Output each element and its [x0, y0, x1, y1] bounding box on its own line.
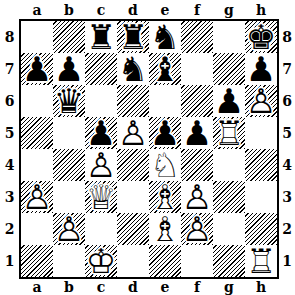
square-b8[interactable]	[53, 21, 85, 53]
square-d4[interactable]	[117, 149, 149, 181]
square-e7[interactable]: ♝	[149, 53, 181, 85]
piece-outline-layer: ♙	[53, 213, 85, 245]
piece-glyph-layer: ♚	[245, 21, 277, 53]
piece-glyph-layer: ♝	[149, 53, 181, 85]
file-bottom-label-e: e	[149, 279, 181, 295]
piece-white-bishop[interactable]: ♝♗	[149, 181, 181, 213]
piece-black-rook[interactable]: ♜	[117, 21, 149, 53]
rank-left-label-3: 3	[0, 181, 19, 213]
piece-white-pawn[interactable]: ♟♙	[181, 181, 213, 213]
square-h2[interactable]	[245, 213, 277, 245]
square-d6[interactable]	[117, 85, 149, 117]
file-labels-top: abcdefgh	[19, 0, 279, 19]
chess-board: ♜♜♞♚♟♟♞♝♟♛♟♟♙♟♟♙♟♟♜♖♟♙♞♘♟♙♛♕♝♗♟♙♟♙♝♗♟♙♚♔…	[19, 19, 279, 279]
piece-outline-layer: ♙	[21, 181, 53, 213]
square-f5[interactable]: ♟	[181, 117, 213, 149]
square-e2[interactable]: ♝♗	[149, 213, 181, 245]
rank-left-label-8: 8	[0, 21, 19, 53]
piece-glyph-layer: ♟	[149, 117, 181, 149]
chess-diagram: abcdefgh 87654321 ♜♜♞♚♟♟♞♝♟♛♟♟♙♟♟♙♟♟♜♖♟♙…	[0, 0, 295, 295]
piece-outline-layer: ♕	[85, 181, 117, 213]
piece-glyph-layer: ♟	[85, 117, 117, 149]
rank-right-label-1: 1	[279, 245, 295, 277]
square-a4[interactable]	[21, 149, 53, 181]
piece-fill-layer: ♟	[181, 181, 213, 213]
piece-black-knight[interactable]: ♞	[117, 53, 149, 85]
rank-right-label-7: 7	[279, 53, 295, 85]
rank-left-label-6: 6	[0, 85, 19, 117]
square-b4[interactable]	[53, 149, 85, 181]
square-g1[interactable]	[213, 245, 245, 277]
piece-white-pawn[interactable]: ♟♙	[181, 213, 213, 245]
piece-fill-layer: ♟	[181, 213, 213, 245]
piece-outline-layer: ♙	[85, 149, 117, 181]
square-e8[interactable]: ♞	[149, 21, 181, 53]
rank-labels-right: 87654321	[279, 19, 295, 279]
piece-white-pawn[interactable]: ♟♙	[85, 149, 117, 181]
square-h5[interactable]	[245, 117, 277, 149]
square-e4[interactable]: ♞♘	[149, 149, 181, 181]
piece-outline-layer: ♙	[117, 117, 149, 149]
square-f1[interactable]	[181, 245, 213, 277]
file-bottom-label-f: f	[181, 279, 213, 295]
square-g4[interactable]	[213, 149, 245, 181]
square-h4[interactable]	[245, 149, 277, 181]
square-c2[interactable]	[85, 213, 117, 245]
piece-black-knight[interactable]: ♞	[149, 21, 181, 53]
square-g5[interactable]: ♜♖	[213, 117, 245, 149]
piece-black-pawn[interactable]: ♟	[213, 85, 245, 117]
square-h3[interactable]	[245, 181, 277, 213]
square-h8[interactable]: ♚	[245, 21, 277, 53]
piece-black-pawn[interactable]: ♟	[53, 53, 85, 85]
piece-glyph-layer: ♜	[85, 21, 117, 53]
piece-glyph-layer: ♟	[181, 117, 213, 149]
piece-fill-layer: ♜	[245, 245, 277, 277]
rank-right-label-4: 4	[279, 149, 295, 181]
square-g2[interactable]	[213, 213, 245, 245]
square-f3[interactable]: ♟♙	[181, 181, 213, 213]
rank-right-label-6: 6	[279, 85, 295, 117]
piece-outline-layer: ♔	[85, 245, 117, 277]
rank-left-label-5: 5	[0, 117, 19, 149]
piece-black-pawn[interactable]: ♟	[21, 53, 53, 85]
rank-left-label-4: 4	[0, 149, 19, 181]
square-a8[interactable]	[21, 21, 53, 53]
piece-fill-layer: ♟	[117, 117, 149, 149]
piece-fill-layer: ♟	[245, 85, 277, 117]
corner-top-left	[0, 0, 19, 19]
square-b7[interactable]: ♟	[53, 53, 85, 85]
piece-glyph-layer: ♟	[245, 53, 277, 85]
square-g6[interactable]: ♟	[213, 85, 245, 117]
piece-outline-layer: ♙	[181, 181, 213, 213]
square-g8[interactable]	[213, 21, 245, 53]
square-f7[interactable]	[181, 53, 213, 85]
file-top-label-g: g	[213, 0, 245, 19]
piece-black-pawn[interactable]: ♟	[181, 117, 213, 149]
square-c4[interactable]: ♟♙	[85, 149, 117, 181]
square-d8[interactable]: ♜	[117, 21, 149, 53]
file-bottom-label-a: a	[21, 279, 53, 295]
file-top-label-h: h	[245, 0, 277, 19]
piece-outline-layer: ♗	[149, 181, 181, 213]
square-g7[interactable]	[213, 53, 245, 85]
file-bottom-label-g: g	[213, 279, 245, 295]
square-a6[interactable]	[21, 85, 53, 117]
rank-left-label-1: 1	[0, 245, 19, 277]
square-e1[interactable]	[149, 245, 181, 277]
piece-fill-layer: ♛	[85, 181, 117, 213]
file-top-label-a: a	[21, 0, 53, 19]
square-b3[interactable]	[53, 181, 85, 213]
square-e5[interactable]: ♟	[149, 117, 181, 149]
piece-fill-layer: ♞	[149, 149, 181, 181]
square-d5[interactable]: ♟♙	[117, 117, 149, 149]
square-f8[interactable]	[181, 21, 213, 53]
square-h1[interactable]: ♜♖	[245, 245, 277, 277]
file-labels-bottom: abcdefgh	[19, 279, 279, 295]
file-bottom-label-h: h	[245, 279, 277, 295]
rank-labels-left: 87654321	[0, 19, 19, 279]
square-b5[interactable]	[53, 117, 85, 149]
square-a1[interactable]	[21, 245, 53, 277]
piece-fill-layer: ♟	[53, 213, 85, 245]
square-d3[interactable]	[117, 181, 149, 213]
piece-glyph-layer: ♟	[213, 85, 245, 117]
square-f2[interactable]: ♟♙	[181, 213, 213, 245]
piece-fill-layer: ♜	[213, 117, 245, 149]
square-g3[interactable]	[213, 181, 245, 213]
square-e6[interactable]	[149, 85, 181, 117]
corner-bottom-left	[0, 279, 19, 295]
piece-white-pawn[interactable]: ♟♙	[21, 181, 53, 213]
piece-outline-layer: ♘	[149, 149, 181, 181]
piece-white-rook[interactable]: ♜♖	[245, 245, 277, 277]
piece-black-pawn[interactable]: ♟	[149, 117, 181, 149]
piece-white-king[interactable]: ♚♔	[85, 245, 117, 277]
piece-black-pawn[interactable]: ♟	[245, 53, 277, 85]
file-top-label-d: d	[117, 0, 149, 19]
piece-white-pawn[interactable]: ♟♙	[117, 117, 149, 149]
piece-white-pawn[interactable]: ♟♙	[53, 213, 85, 245]
square-f4[interactable]	[181, 149, 213, 181]
file-top-label-f: f	[181, 0, 213, 19]
piece-fill-layer: ♟	[85, 149, 117, 181]
piece-white-knight[interactable]: ♞♘	[149, 149, 181, 181]
piece-glyph-layer: ♟	[21, 53, 53, 85]
square-f6[interactable]	[181, 85, 213, 117]
piece-outline-layer: ♖	[245, 245, 277, 277]
file-bottom-label-d: d	[117, 279, 149, 295]
piece-black-pawn[interactable]: ♟	[85, 117, 117, 149]
corner-top-right	[279, 0, 295, 19]
square-h6[interactable]: ♟♙	[245, 85, 277, 117]
piece-glyph-layer: ♜	[117, 21, 149, 53]
piece-fill-layer: ♝	[149, 213, 181, 245]
square-d7[interactable]: ♞	[117, 53, 149, 85]
square-b2[interactable]: ♟♙	[53, 213, 85, 245]
rank-right-label-5: 5	[279, 117, 295, 149]
square-a5[interactable]	[21, 117, 53, 149]
piece-outline-layer: ♙	[181, 213, 213, 245]
piece-glyph-layer: ♛	[53, 85, 85, 117]
square-b6[interactable]: ♛	[53, 85, 85, 117]
piece-glyph-layer: ♞	[117, 53, 149, 85]
piece-white-queen[interactable]: ♛♕	[85, 181, 117, 213]
square-c3[interactable]: ♛♕	[85, 181, 117, 213]
piece-outline-layer: ♖	[213, 117, 245, 149]
square-a2[interactable]	[21, 213, 53, 245]
file-bottom-label-c: c	[85, 279, 117, 295]
piece-glyph-layer: ♞	[149, 21, 181, 53]
piece-fill-layer: ♟	[21, 181, 53, 213]
piece-white-pawn[interactable]: ♟♙	[245, 85, 277, 117]
square-c7[interactable]	[85, 53, 117, 85]
square-d1[interactable]	[117, 245, 149, 277]
square-b1[interactable]	[53, 245, 85, 277]
piece-fill-layer: ♚	[85, 245, 117, 277]
rank-right-label-2: 2	[279, 213, 295, 245]
square-c5[interactable]: ♟	[85, 117, 117, 149]
square-c1[interactable]: ♚♔	[85, 245, 117, 277]
piece-glyph-layer: ♟	[53, 53, 85, 85]
square-h7[interactable]: ♟	[245, 53, 277, 85]
piece-fill-layer: ♝	[149, 181, 181, 213]
file-bottom-label-b: b	[53, 279, 85, 295]
file-top-label-b: b	[53, 0, 85, 19]
rank-right-label-3: 3	[279, 181, 295, 213]
piece-black-rook[interactable]: ♜	[85, 21, 117, 53]
rank-left-label-2: 2	[0, 213, 19, 245]
file-top-label-c: c	[85, 0, 117, 19]
piece-black-bishop[interactable]: ♝	[149, 53, 181, 85]
square-e3[interactable]: ♝♗	[149, 181, 181, 213]
rank-left-label-7: 7	[0, 53, 19, 85]
rank-right-label-8: 8	[279, 21, 295, 53]
piece-white-bishop[interactable]: ♝♗	[149, 213, 181, 245]
piece-outline-layer: ♙	[245, 85, 277, 117]
square-a7[interactable]: ♟	[21, 53, 53, 85]
piece-black-queen[interactable]: ♛	[53, 85, 85, 117]
piece-black-king[interactable]: ♚	[245, 21, 277, 53]
square-c6[interactable]	[85, 85, 117, 117]
square-d2[interactable]	[117, 213, 149, 245]
file-top-label-e: e	[149, 0, 181, 19]
square-c8[interactable]: ♜	[85, 21, 117, 53]
corner-bottom-right	[279, 279, 295, 295]
piece-outline-layer: ♗	[149, 213, 181, 245]
square-a3[interactable]: ♟♙	[21, 181, 53, 213]
piece-white-rook[interactable]: ♜♖	[213, 117, 245, 149]
